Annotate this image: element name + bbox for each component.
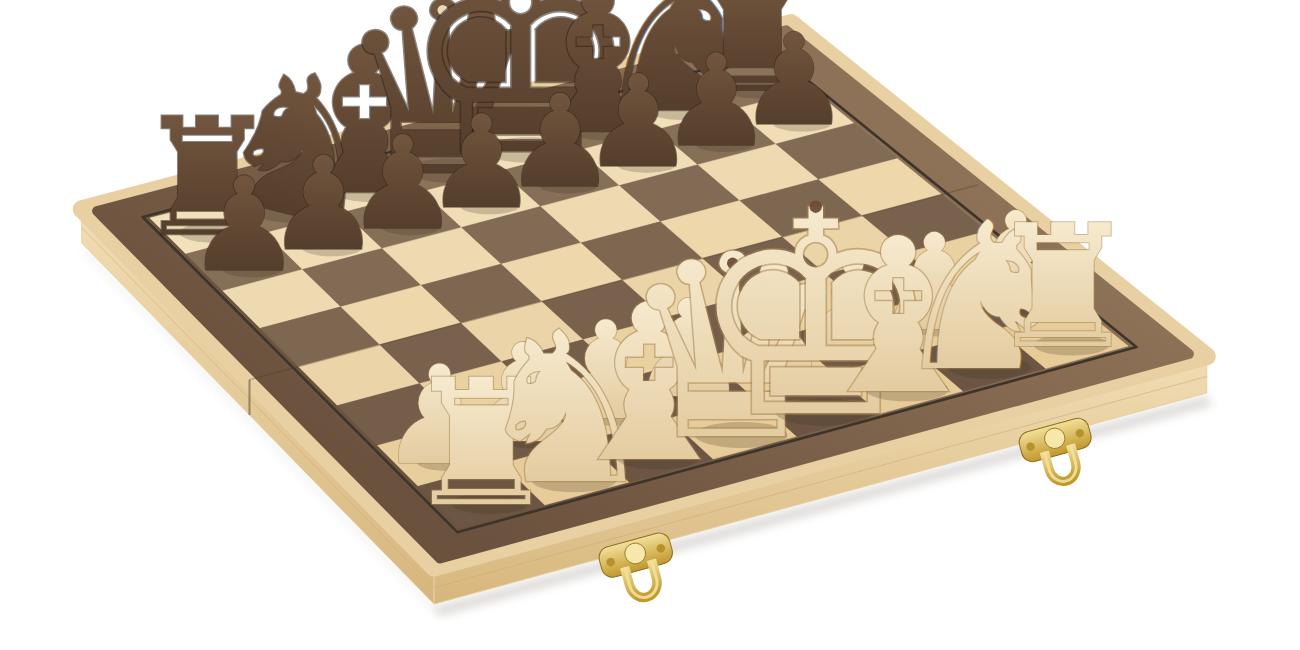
chess-set-photo: ♜♞♝♛♚♝♞♜♟♟♟♟♟♟♟♟♟♟♟♟♟♟♟♟♜♞♝♛♚♝♞♜ <box>0 0 1300 650</box>
chess-board: ♜♞♝♛♚♝♞♜♟♟♟♟♟♟♟♟♟♟♟♟♟♟♟♟♜♞♝♛♚♝♞♜ <box>0 0 1300 650</box>
piece-black-pawn-h7: ♟ <box>737 6 851 154</box>
piece-white-rook-h1: ♜ <box>987 188 1139 386</box>
